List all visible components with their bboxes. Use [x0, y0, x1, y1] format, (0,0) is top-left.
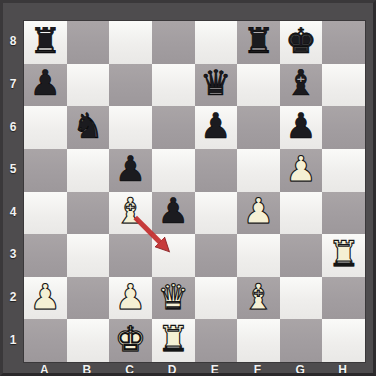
piece-black-rook: ♜ [243, 24, 274, 59]
square-f6[interactable] [237, 106, 280, 149]
square-b6[interactable]: ♞ [67, 106, 110, 149]
square-h4[interactable] [322, 192, 365, 235]
rank-label-7: 7 [3, 63, 23, 106]
chess-board[interactable]: ♜♜♚♟♛♝♞♟♟♟♟♝♟♟♜♟♟♛♝♚♜ [23, 20, 366, 363]
rank-label-8: 8 [3, 20, 23, 63]
square-g6[interactable]: ♟ [280, 106, 323, 149]
square-c6[interactable] [109, 106, 152, 149]
square-a6[interactable] [24, 106, 67, 149]
square-a3[interactable] [24, 234, 67, 277]
file-label-e: E [194, 362, 237, 376]
piece-black-queen: ♛ [200, 66, 231, 101]
piece-white-rook: ♜ [157, 322, 188, 357]
square-c2[interactable]: ♟ [109, 277, 152, 320]
square-g2[interactable] [280, 277, 323, 320]
square-g7[interactable]: ♝ [280, 64, 323, 107]
piece-black-king: ♚ [285, 24, 316, 59]
square-h1[interactable] [322, 319, 365, 362]
square-b4[interactable] [67, 192, 110, 235]
chess-board-frame: 87654321 ♜♜♚♟♛♝♞♟♟♟♟♝♟♟♜♟♟♛♝♚♜ ABCDEFGH [0, 0, 376, 376]
piece-black-bishop: ♝ [285, 66, 316, 101]
piece-white-bishop: ♝ [115, 194, 146, 229]
square-e4[interactable] [195, 192, 238, 235]
file-label-d: D [151, 362, 194, 376]
piece-black-pawn: ♟ [115, 152, 146, 187]
piece-black-pawn: ♟ [157, 194, 188, 229]
piece-white-queen: ♛ [157, 280, 188, 315]
square-d4[interactable]: ♟ [152, 192, 195, 235]
rank-label-6: 6 [3, 105, 23, 148]
file-label-h: H [321, 362, 364, 376]
square-c5[interactable]: ♟ [109, 149, 152, 192]
piece-white-pawn: ♟ [285, 152, 316, 187]
square-e6[interactable]: ♟ [195, 106, 238, 149]
square-b2[interactable] [67, 277, 110, 320]
square-f1[interactable] [237, 319, 280, 362]
piece-black-rook: ♜ [30, 24, 61, 59]
rank-label-1: 1 [3, 318, 23, 361]
square-c1[interactable]: ♚ [109, 319, 152, 362]
square-e5[interactable] [195, 149, 238, 192]
square-g5[interactable]: ♟ [280, 149, 323, 192]
piece-white-pawn: ♟ [30, 280, 61, 315]
file-label-b: B [66, 362, 109, 376]
square-h6[interactable] [322, 106, 365, 149]
square-d5[interactable] [152, 149, 195, 192]
file-label-c: C [108, 362, 151, 376]
square-f7[interactable] [237, 64, 280, 107]
square-a5[interactable] [24, 149, 67, 192]
square-d1[interactable]: ♜ [152, 319, 195, 362]
piece-black-pawn: ♟ [200, 109, 231, 144]
square-c8[interactable] [109, 21, 152, 64]
square-g1[interactable] [280, 319, 323, 362]
square-f4[interactable]: ♟ [237, 192, 280, 235]
square-f8[interactable]: ♜ [237, 21, 280, 64]
square-c4[interactable]: ♝ [109, 192, 152, 235]
square-g3[interactable] [280, 234, 323, 277]
square-b8[interactable] [67, 21, 110, 64]
rank-label-3: 3 [3, 233, 23, 276]
square-d3[interactable] [152, 234, 195, 277]
file-labels: ABCDEFGH [23, 362, 364, 376]
square-d2[interactable]: ♛ [152, 277, 195, 320]
square-g4[interactable] [280, 192, 323, 235]
rank-label-2: 2 [3, 276, 23, 319]
square-b5[interactable] [67, 149, 110, 192]
piece-white-bishop: ♝ [243, 280, 274, 315]
square-g8[interactable]: ♚ [280, 21, 323, 64]
square-b7[interactable] [67, 64, 110, 107]
square-e3[interactable] [195, 234, 238, 277]
square-a2[interactable]: ♟ [24, 277, 67, 320]
piece-black-pawn: ♟ [30, 66, 61, 101]
square-e8[interactable] [195, 21, 238, 64]
file-label-g: G [279, 362, 322, 376]
square-f3[interactable] [237, 234, 280, 277]
rank-labels: 87654321 [3, 20, 23, 361]
square-a4[interactable] [24, 192, 67, 235]
piece-black-pawn: ♟ [285, 109, 316, 144]
rank-label-4: 4 [3, 191, 23, 234]
piece-white-pawn: ♟ [243, 194, 274, 229]
square-a1[interactable] [24, 319, 67, 362]
square-f5[interactable] [237, 149, 280, 192]
square-e2[interactable] [195, 277, 238, 320]
piece-black-knight: ♞ [72, 109, 103, 144]
rank-label-5: 5 [3, 148, 23, 191]
square-b1[interactable] [67, 319, 110, 362]
square-d7[interactable] [152, 64, 195, 107]
piece-white-king: ♚ [115, 322, 146, 357]
square-c3[interactable] [109, 234, 152, 277]
square-h2[interactable] [322, 277, 365, 320]
square-a7[interactable]: ♟ [24, 64, 67, 107]
file-label-f: F [236, 362, 279, 376]
square-e1[interactable] [195, 319, 238, 362]
square-h7[interactable] [322, 64, 365, 107]
square-h3[interactable]: ♜ [322, 234, 365, 277]
square-a8[interactable]: ♜ [24, 21, 67, 64]
square-f2[interactable]: ♝ [237, 277, 280, 320]
square-c7[interactable] [109, 64, 152, 107]
square-h8[interactable] [322, 21, 365, 64]
square-d8[interactable] [152, 21, 195, 64]
square-h5[interactable] [322, 149, 365, 192]
square-d6[interactable] [152, 106, 195, 149]
square-e7[interactable]: ♛ [195, 64, 238, 107]
square-b3[interactable] [67, 234, 110, 277]
piece-white-rook: ♜ [328, 237, 359, 272]
file-label-a: A [23, 362, 66, 376]
piece-white-pawn: ♟ [115, 280, 146, 315]
